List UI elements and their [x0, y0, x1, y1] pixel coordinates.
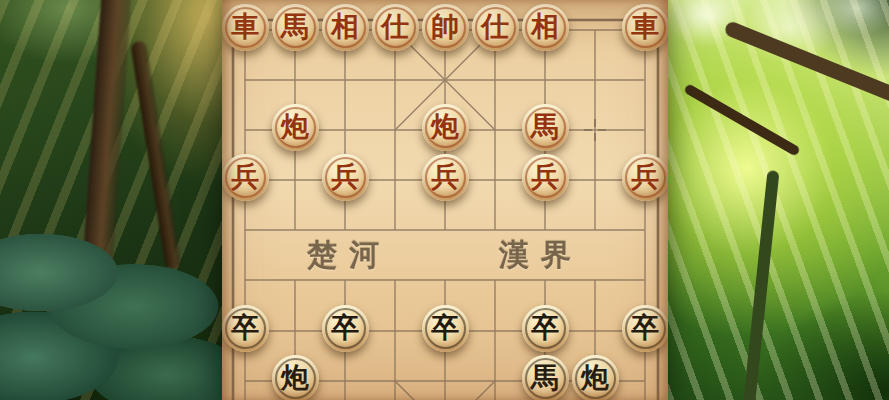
piece-red-馬[interactable]: 馬 [272, 4, 319, 51]
piece-red-仕[interactable]: 仕 [472, 4, 519, 51]
piece-glyph: 兵 [522, 154, 569, 201]
piece-red-炮[interactable]: 炮 [422, 104, 469, 151]
piece-black-卒[interactable]: 卒 [322, 305, 369, 352]
jungle-background-left [0, 0, 223, 400]
piece-red-仕[interactable]: 仕 [372, 4, 419, 51]
piece-glyph: 車 [222, 4, 269, 51]
piece-black-炮[interactable]: 炮 [272, 355, 319, 400]
jungle-background-right [667, 0, 889, 400]
piece-glyph: 帥 [422, 4, 469, 51]
xiangqi-board[interactable]: 楚河 漢界 車馬相仕帥仕相車炮炮馬兵兵兵兵兵卒卒卒卒卒炮馬炮 [222, 0, 668, 400]
piece-red-車[interactable]: 車 [622, 4, 669, 51]
piece-red-相[interactable]: 相 [522, 4, 569, 51]
piece-red-相[interactable]: 相 [322, 4, 369, 51]
tree-branch [723, 20, 889, 105]
piece-red-車[interactable]: 車 [222, 4, 269, 51]
piece-glyph: 兵 [622, 154, 669, 201]
piece-black-卒[interactable]: 卒 [222, 305, 269, 352]
piece-red-炮[interactable]: 炮 [272, 104, 319, 151]
piece-glyph: 炮 [422, 104, 469, 151]
tree-trunk [742, 170, 779, 400]
piece-glyph: 兵 [422, 154, 469, 201]
piece-glyph: 相 [322, 4, 369, 51]
piece-black-卒[interactable]: 卒 [522, 305, 569, 352]
xiangqi-game-screen: 楚河 漢界 車馬相仕帥仕相車炮炮馬兵兵兵兵兵卒卒卒卒卒炮馬炮 [0, 0, 889, 400]
piece-black-馬[interactable]: 馬 [522, 355, 569, 400]
piece-glyph: 相 [522, 4, 569, 51]
river-label-chu-he: 楚河 [307, 234, 391, 276]
piece-black-卒[interactable]: 卒 [422, 305, 469, 352]
piece-glyph: 炮 [272, 355, 319, 400]
piece-red-兵[interactable]: 兵 [322, 154, 369, 201]
cannon-point-marker [584, 119, 606, 141]
piece-glyph: 馬 [522, 355, 569, 400]
piece-glyph: 炮 [572, 355, 619, 400]
tree-branch [683, 83, 801, 157]
piece-red-兵[interactable]: 兵 [222, 154, 269, 201]
foliage-leaves [0, 230, 223, 400]
piece-glyph: 炮 [272, 104, 319, 151]
piece-red-馬[interactable]: 馬 [522, 104, 569, 151]
piece-glyph: 兵 [222, 154, 269, 201]
piece-black-炮[interactable]: 炮 [572, 355, 619, 400]
piece-red-兵[interactable]: 兵 [422, 154, 469, 201]
piece-red-帥[interactable]: 帥 [422, 4, 469, 51]
piece-black-卒[interactable]: 卒 [622, 305, 669, 352]
piece-glyph: 卒 [622, 305, 669, 352]
piece-red-兵[interactable]: 兵 [522, 154, 569, 201]
piece-glyph: 卒 [322, 305, 369, 352]
piece-glyph: 兵 [322, 154, 369, 201]
piece-glyph: 卒 [422, 305, 469, 352]
piece-glyph: 仕 [472, 4, 519, 51]
piece-glyph: 馬 [272, 4, 319, 51]
piece-glyph: 馬 [522, 104, 569, 151]
river-label-han-jie: 漢界 [499, 234, 583, 276]
piece-glyph: 卒 [222, 305, 269, 352]
piece-glyph: 車 [622, 4, 669, 51]
piece-glyph: 仕 [372, 4, 419, 51]
piece-red-兵[interactable]: 兵 [622, 154, 669, 201]
piece-glyph: 卒 [522, 305, 569, 352]
